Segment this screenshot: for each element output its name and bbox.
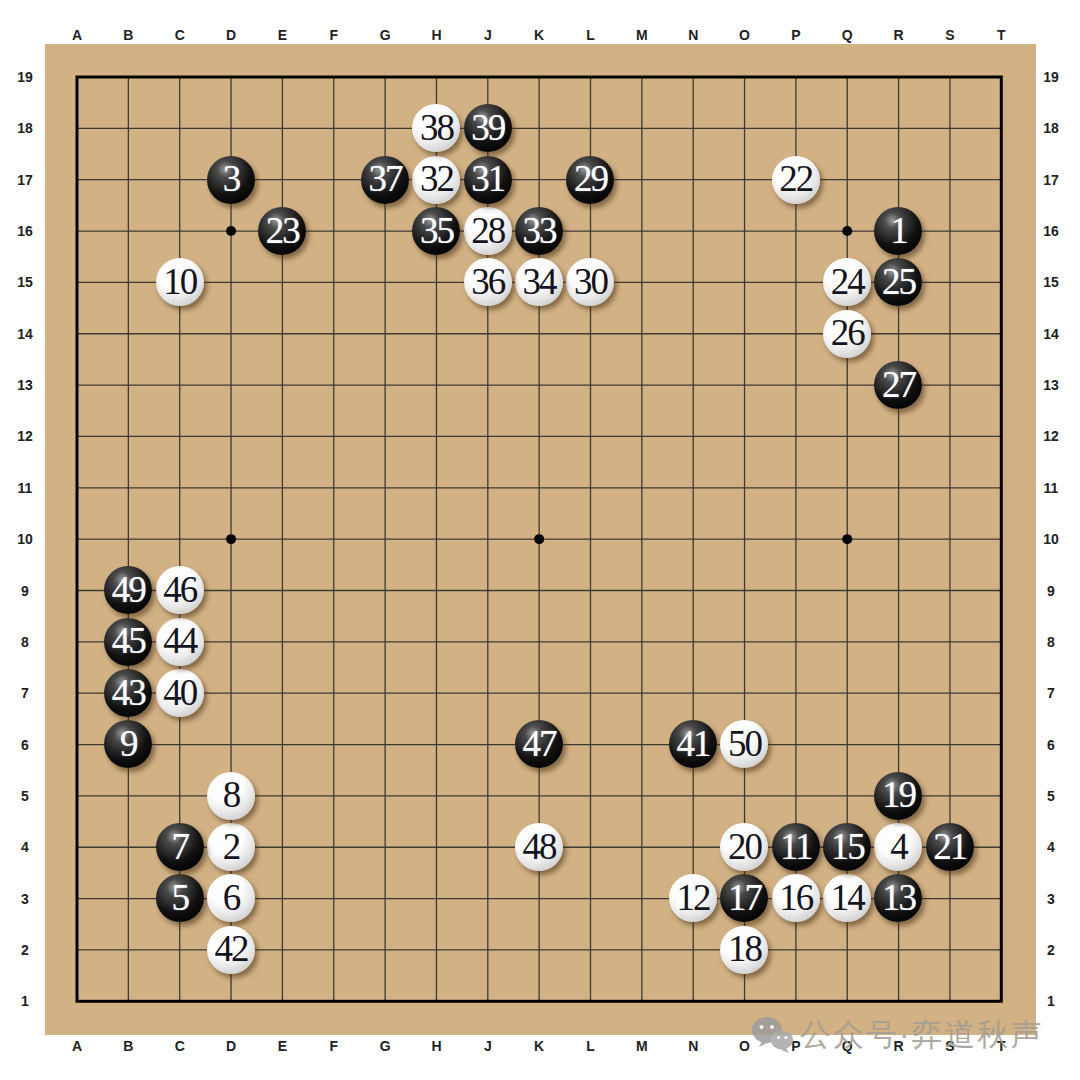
- stone-32-white-H17: 32: [412, 156, 460, 204]
- stone-number: 50: [728, 725, 761, 762]
- stone-8-white-D5: 8: [207, 772, 255, 820]
- coord-label: 7: [5, 684, 45, 702]
- stone-41-black-N6: 41: [669, 720, 717, 768]
- stone-number: 29: [574, 160, 607, 197]
- stone-25-black-R15: 25: [874, 258, 922, 306]
- stone-number: 34: [523, 263, 556, 300]
- coord-label: 8: [5, 633, 45, 651]
- coord-label: 2: [5, 941, 45, 959]
- coord-label: 18: [5, 119, 45, 137]
- coord-label: 1: [1031, 992, 1071, 1010]
- stone-number: 47: [523, 725, 556, 762]
- stone-number: 3: [223, 160, 240, 197]
- coord-label: 18: [1031, 119, 1071, 137]
- stone-number: 32: [420, 160, 453, 197]
- coord-label: M: [622, 1037, 662, 1055]
- coord-label: N: [673, 1037, 713, 1055]
- stone-number: 11: [780, 828, 812, 865]
- stone-number: 15: [831, 828, 864, 865]
- coord-label: 17: [1031, 171, 1071, 189]
- coord-label: P: [776, 1037, 816, 1055]
- stone-46-white-C9: 46: [156, 566, 204, 614]
- coord-label: 3: [5, 890, 45, 908]
- stone-number: 27: [882, 366, 915, 403]
- stone-50-white-O6: 50: [720, 720, 768, 768]
- stone-number: 33: [523, 212, 556, 249]
- coord-label: D: [211, 1037, 251, 1055]
- coord-label: 4: [5, 838, 45, 856]
- coord-label: 8: [1031, 633, 1071, 651]
- coord-label: H: [416, 1037, 456, 1055]
- stone-number: 31: [471, 160, 504, 197]
- stone-6-white-D3: 6: [207, 874, 255, 922]
- stone-17-black-O3: 17: [720, 874, 768, 922]
- stone-number: 37: [369, 160, 402, 197]
- coord-label: E: [262, 26, 302, 44]
- coord-label: O: [725, 1037, 765, 1055]
- coord-label: 12: [5, 427, 45, 445]
- coord-label: Q: [827, 26, 867, 44]
- stone-29-black-L17: 29: [566, 156, 614, 204]
- stone-1-black-R16: 1: [874, 207, 922, 255]
- coord-label: C: [160, 1037, 200, 1055]
- coord-label: 13: [5, 376, 45, 394]
- coord-label: B: [108, 1037, 148, 1055]
- stone-number: 26: [831, 314, 864, 351]
- coord-label: R: [879, 26, 919, 44]
- stone-number: 13: [882, 879, 915, 916]
- coord-label: 11: [5, 479, 45, 497]
- coord-label: M: [622, 26, 662, 44]
- coord-label: B: [108, 26, 148, 44]
- coord-label: K: [519, 1037, 559, 1055]
- stone-number: 30: [574, 263, 607, 300]
- stones-layer: 1234567891011121314151617181920212223242…: [51, 51, 1027, 1027]
- coord-label: 14: [1031, 325, 1071, 343]
- coord-label: 3: [1031, 890, 1071, 908]
- stone-number: 4: [890, 828, 907, 865]
- coord-label: 11: [1031, 479, 1071, 497]
- stone-21-black-S4: 21: [926, 823, 974, 871]
- coord-label: E: [262, 1037, 302, 1055]
- stone-13-black-R3: 13: [874, 874, 922, 922]
- stone-number: 5: [171, 879, 188, 916]
- stone-38-white-H18: 38: [412, 104, 460, 152]
- stone-number: 42: [215, 930, 248, 967]
- coord-label: 17: [5, 171, 45, 189]
- coord-label: 15: [1031, 273, 1071, 291]
- stone-number: 36: [471, 263, 504, 300]
- coord-label: 10: [5, 530, 45, 548]
- stone-number: 40: [163, 674, 196, 711]
- stone-number: 44: [163, 622, 196, 659]
- coord-label: C: [160, 26, 200, 44]
- coord-label: 6: [1031, 736, 1071, 754]
- stone-number: 9: [120, 725, 137, 762]
- stone-number: 6: [223, 879, 240, 916]
- coord-label: G: [365, 1037, 405, 1055]
- stone-number: 25: [882, 263, 915, 300]
- stone-45-black-B8: 45: [104, 618, 152, 666]
- stone-23-black-E16: 23: [258, 207, 306, 255]
- stone-30-white-L15: 30: [566, 258, 614, 306]
- coord-label: 4: [1031, 838, 1071, 856]
- coord-label: G: [365, 26, 405, 44]
- stone-11-black-P4: 11: [772, 823, 820, 871]
- coord-label: 10: [1031, 530, 1071, 548]
- stone-40-white-C7: 40: [156, 669, 204, 717]
- stone-31-black-J17: 31: [464, 156, 512, 204]
- coord-label: 16: [1031, 222, 1071, 240]
- stone-number: 19: [882, 776, 915, 813]
- stone-35-black-H16: 35: [412, 207, 460, 255]
- stone-number: 39: [471, 109, 504, 146]
- coord-label: N: [673, 26, 713, 44]
- stone-19-black-R5: 19: [874, 772, 922, 820]
- coord-label: F: [314, 26, 354, 44]
- coord-label: 16: [5, 222, 45, 240]
- stone-12-white-N3: 12: [669, 874, 717, 922]
- stone-37-black-G17: 37: [361, 156, 409, 204]
- stone-18-white-O2: 18: [720, 926, 768, 974]
- coord-label: 14: [5, 325, 45, 343]
- stone-26-white-Q14: 26: [823, 310, 871, 358]
- stone-number: 49: [112, 571, 145, 608]
- stone-number: 28: [471, 212, 504, 249]
- coord-label: J: [468, 26, 508, 44]
- coord-label: 7: [1031, 684, 1071, 702]
- stone-48-white-K4: 48: [515, 823, 563, 871]
- coord-label: 9: [5, 582, 45, 600]
- stone-15-black-Q4: 15: [823, 823, 871, 871]
- stone-number: 35: [420, 212, 453, 249]
- stone-number: 7: [171, 828, 188, 865]
- stone-number: 22: [779, 160, 812, 197]
- stone-number: 23: [266, 212, 299, 249]
- coord-label: R: [879, 1037, 919, 1055]
- stone-4-white-R4: 4: [874, 823, 922, 871]
- coord-label: A: [57, 26, 97, 44]
- stone-number: 14: [831, 879, 864, 916]
- stone-36-white-J15: 36: [464, 258, 512, 306]
- stone-33-black-K16: 33: [515, 207, 563, 255]
- coord-label: T: [981, 1037, 1021, 1055]
- coord-label: T: [981, 26, 1021, 44]
- stone-number: 45: [112, 622, 145, 659]
- stone-number: 2: [223, 828, 240, 865]
- stone-16-white-P3: 16: [772, 874, 820, 922]
- stone-3-black-D17: 3: [207, 156, 255, 204]
- coord-label: 2: [1031, 941, 1071, 959]
- stone-7-black-C4: 7: [156, 823, 204, 871]
- stone-44-white-C8: 44: [156, 618, 204, 666]
- stone-number: 41: [677, 725, 710, 762]
- coord-label: P: [776, 26, 816, 44]
- stone-28-white-J16: 28: [464, 207, 512, 255]
- coord-label: 19: [5, 68, 45, 86]
- coord-label: H: [416, 26, 456, 44]
- stone-number: 18: [728, 930, 761, 967]
- coord-label: 9: [1031, 582, 1071, 600]
- stone-42-white-D2: 42: [207, 926, 255, 974]
- coord-label: J: [468, 1037, 508, 1055]
- coord-label: 13: [1031, 376, 1071, 394]
- coord-label: 19: [1031, 68, 1071, 86]
- stone-14-white-Q3: 14: [823, 874, 871, 922]
- stone-number: 8: [223, 776, 240, 813]
- stone-number: 43: [112, 674, 145, 711]
- coord-label: Q: [827, 1037, 867, 1055]
- stone-2-white-D4: 2: [207, 823, 255, 871]
- stone-39-black-J18: 39: [464, 104, 512, 152]
- stone-number: 12: [677, 879, 710, 916]
- coord-label: S: [930, 26, 970, 44]
- stone-number: 20: [728, 828, 761, 865]
- stone-34-white-K15: 34: [515, 258, 563, 306]
- coord-label: K: [519, 26, 559, 44]
- coord-label: S: [930, 1037, 970, 1055]
- stone-number: 1: [890, 212, 907, 249]
- stone-22-white-P17: 22: [772, 156, 820, 204]
- stone-49-black-B9: 49: [104, 566, 152, 614]
- stone-number: 21: [933, 828, 966, 865]
- stone-number: 17: [728, 879, 761, 916]
- coord-label: 5: [1031, 787, 1071, 805]
- stone-number: 24: [831, 263, 864, 300]
- coord-label: L: [571, 1037, 611, 1055]
- stone-20-white-O4: 20: [720, 823, 768, 871]
- stone-27-black-R13: 27: [874, 361, 922, 409]
- stone-number: 48: [523, 828, 556, 865]
- stone-5-black-C3: 5: [156, 874, 204, 922]
- stone-10-white-C15: 10: [156, 258, 204, 306]
- coord-label: L: [571, 26, 611, 44]
- coord-label: 15: [5, 273, 45, 291]
- stone-43-black-B7: 43: [104, 669, 152, 717]
- stone-9-black-B6: 9: [104, 720, 152, 768]
- coord-label: 12: [1031, 427, 1071, 445]
- coord-label: O: [725, 26, 765, 44]
- stone-24-white-Q15: 24: [823, 258, 871, 306]
- stone-number: 10: [163, 263, 196, 300]
- coord-label: D: [211, 26, 251, 44]
- stone-47-black-K6: 47: [515, 720, 563, 768]
- coord-label: A: [57, 1037, 97, 1055]
- coord-label: 5: [5, 787, 45, 805]
- coord-label: 1: [5, 992, 45, 1010]
- stone-number: 16: [779, 879, 812, 916]
- stone-number: 46: [163, 571, 196, 608]
- coord-label: 6: [5, 736, 45, 754]
- stone-number: 38: [420, 109, 453, 146]
- coord-label: F: [314, 1037, 354, 1055]
